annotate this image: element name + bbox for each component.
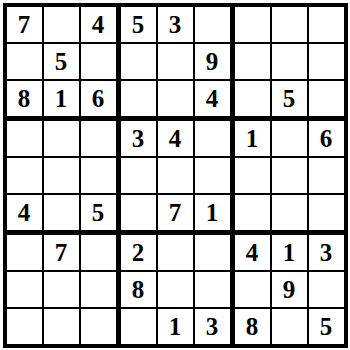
box-5: 3471 — [121, 121, 230, 230]
cell-r2c5[interactable] — [158, 44, 193, 79]
cell-r2c9[interactable] — [309, 44, 344, 79]
cell-r4c8[interactable] — [272, 121, 307, 156]
cell-r1c2[interactable] — [44, 7, 79, 42]
cell-r7c7: 4 — [235, 235, 270, 270]
cell-r8c7[interactable] — [235, 272, 270, 307]
cell-r1c3: 4 — [81, 7, 116, 42]
box-4: 45 — [7, 121, 116, 230]
box-2: 5394 — [121, 7, 230, 116]
cell-r8c4: 8 — [121, 272, 156, 307]
box-7: 7 — [7, 235, 116, 344]
box-1: 745816 — [7, 7, 116, 116]
cell-r9c8[interactable] — [272, 309, 307, 344]
cell-r6c1: 4 — [7, 195, 42, 230]
cell-r3c5[interactable] — [158, 81, 193, 116]
cell-r6c6: 1 — [195, 195, 230, 230]
cell-r2c1[interactable] — [7, 44, 42, 79]
box-6: 16 — [235, 121, 344, 230]
cell-r2c8[interactable] — [272, 44, 307, 79]
cell-r4c1[interactable] — [7, 121, 42, 156]
cell-r2c4[interactable] — [121, 44, 156, 79]
cell-r4c7: 1 — [235, 121, 270, 156]
cell-r7c3[interactable] — [81, 235, 116, 270]
cell-r1c8[interactable] — [272, 7, 307, 42]
box-8: 2813 — [121, 235, 230, 344]
cell-r8c9[interactable] — [309, 272, 344, 307]
cell-r3c3: 6 — [81, 81, 116, 116]
cell-r2c6: 9 — [195, 44, 230, 79]
cell-r5c3[interactable] — [81, 158, 116, 193]
cell-r1c5: 3 — [158, 7, 193, 42]
cell-r5c8[interactable] — [272, 158, 307, 193]
cell-r9c4[interactable] — [121, 309, 156, 344]
cell-r5c4[interactable] — [121, 158, 156, 193]
cell-r3c1: 8 — [7, 81, 42, 116]
cell-r8c8: 9 — [272, 272, 307, 307]
cell-r3c8: 5 — [272, 81, 307, 116]
cell-r9c5: 1 — [158, 309, 193, 344]
cell-r5c9[interactable] — [309, 158, 344, 193]
cell-r8c3[interactable] — [81, 272, 116, 307]
cell-r8c5[interactable] — [158, 272, 193, 307]
sudoku-board: 745816539454534711672813413985 — [3, 3, 348, 348]
cell-r4c5: 4 — [158, 121, 193, 156]
cell-r5c6[interactable] — [195, 158, 230, 193]
cell-r7c6[interactable] — [195, 235, 230, 270]
cell-r3c7[interactable] — [235, 81, 270, 116]
cell-r7c2: 7 — [44, 235, 79, 270]
cell-r4c6[interactable] — [195, 121, 230, 156]
cell-r1c4: 5 — [121, 7, 156, 42]
cell-r4c9: 6 — [309, 121, 344, 156]
cell-r2c3[interactable] — [81, 44, 116, 79]
cell-r5c2[interactable] — [44, 158, 79, 193]
cell-r4c4: 3 — [121, 121, 156, 156]
cell-r1c7[interactable] — [235, 7, 270, 42]
cell-r6c2[interactable] — [44, 195, 79, 230]
cell-r8c1[interactable] — [7, 272, 42, 307]
cell-r1c1: 7 — [7, 7, 42, 42]
cell-r9c1[interactable] — [7, 309, 42, 344]
cell-r8c6[interactable] — [195, 272, 230, 307]
cell-r6c3: 5 — [81, 195, 116, 230]
cell-r5c5[interactable] — [158, 158, 193, 193]
cell-r9c9: 5 — [309, 309, 344, 344]
cell-r9c2[interactable] — [44, 309, 79, 344]
box-3: 5 — [235, 7, 344, 116]
cell-r2c7[interactable] — [235, 44, 270, 79]
cell-r5c1[interactable] — [7, 158, 42, 193]
cell-r6c4[interactable] — [121, 195, 156, 230]
cell-r9c7: 8 — [235, 309, 270, 344]
cell-r7c9: 3 — [309, 235, 344, 270]
cell-r4c2[interactable] — [44, 121, 79, 156]
cell-r3c2: 1 — [44, 81, 79, 116]
cell-r7c5[interactable] — [158, 235, 193, 270]
cell-r6c7[interactable] — [235, 195, 270, 230]
cell-r3c4[interactable] — [121, 81, 156, 116]
cell-r8c2[interactable] — [44, 272, 79, 307]
cell-r1c6[interactable] — [195, 7, 230, 42]
cell-r5c7[interactable] — [235, 158, 270, 193]
cell-r6c8[interactable] — [272, 195, 307, 230]
cell-r7c1[interactable] — [7, 235, 42, 270]
cell-r3c6: 4 — [195, 81, 230, 116]
cell-r9c3[interactable] — [81, 309, 116, 344]
cell-r7c4: 2 — [121, 235, 156, 270]
cell-r9c6: 3 — [195, 309, 230, 344]
cell-r6c9[interactable] — [309, 195, 344, 230]
cell-r6c5: 7 — [158, 195, 193, 230]
box-9: 413985 — [235, 235, 344, 344]
cell-r2c2: 5 — [44, 44, 79, 79]
cell-r7c8: 1 — [272, 235, 307, 270]
cell-r1c9[interactable] — [309, 7, 344, 42]
cell-r4c3[interactable] — [81, 121, 116, 156]
cell-r3c9[interactable] — [309, 81, 344, 116]
